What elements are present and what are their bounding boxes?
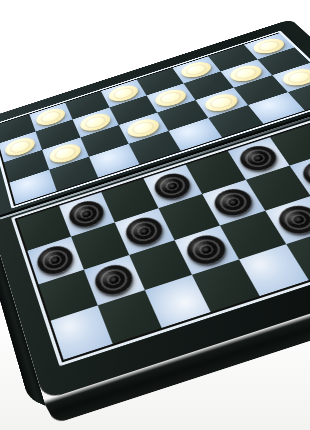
square-a3[interactable]: ⛂ xyxy=(27,237,84,285)
square-e4[interactable] xyxy=(186,151,246,194)
photo-scene: ⛀⛀⛀⛀⛀⛀⛀⛀⛀⛀⛀⛀ ⛂⛂⛂⛂⛂⛂⛂⛂⛂⛂⛂⛂ xyxy=(0,0,310,430)
square-c4[interactable] xyxy=(101,178,158,222)
black-piece[interactable]: ⛂ xyxy=(91,261,138,300)
square-e2[interactable] xyxy=(220,211,286,260)
black-piece[interactable]: ⛂ xyxy=(34,242,78,279)
black-piece[interactable]: ⛂ xyxy=(121,213,167,249)
black-piece[interactable]: ⛂ xyxy=(235,142,283,175)
square-b2[interactable]: ⛂ xyxy=(84,255,145,305)
square-b4[interactable]: ⛂ xyxy=(59,192,115,237)
square-c3[interactable]: ⛂ xyxy=(115,208,175,255)
square-e1[interactable] xyxy=(239,244,309,296)
square-b1[interactable] xyxy=(98,290,162,344)
square-d1[interactable] xyxy=(192,259,260,312)
square-d3[interactable] xyxy=(158,194,219,240)
square-f1[interactable] xyxy=(286,229,310,280)
square-g4[interactable] xyxy=(270,124,310,166)
square-a2[interactable] xyxy=(39,270,98,321)
black-piece[interactable]: ⛂ xyxy=(182,231,232,269)
square-a1[interactable] xyxy=(51,305,113,360)
black-piece[interactable]: ⛂ xyxy=(297,156,310,190)
square-a4[interactable] xyxy=(17,206,71,251)
black-piece[interactable]: ⛂ xyxy=(209,185,258,220)
square-c2[interactable] xyxy=(129,240,192,290)
square-d2[interactable]: ⛂ xyxy=(175,226,240,275)
black-piece[interactable]: ⛂ xyxy=(65,197,108,231)
square-b3[interactable] xyxy=(71,222,129,269)
square-f2[interactable]: ⛂ xyxy=(265,196,310,244)
square-c1[interactable] xyxy=(145,275,211,328)
square-f3[interactable] xyxy=(246,166,310,211)
square-d4[interactable]: ⛂ xyxy=(143,165,202,209)
checkers-board: ⛀⛀⛀⛀⛀⛀⛀⛀⛀⛀⛀⛀ ⛂⛂⛂⛂⛂⛂⛂⛂⛂⛂⛂⛂ xyxy=(0,95,310,220)
black-piece[interactable]: ⛂ xyxy=(150,169,195,203)
square-e3[interactable]: ⛂ xyxy=(202,180,265,226)
square-g3[interactable]: ⛂ xyxy=(290,151,310,196)
square-f4[interactable]: ⛂ xyxy=(228,137,290,180)
black-piece[interactable]: ⛂ xyxy=(273,201,310,238)
